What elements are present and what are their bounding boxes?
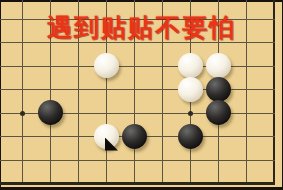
grid-line-row-2	[0, 160, 275, 161]
star-point-K4	[20, 111, 25, 116]
grid-line-row-6	[0, 66, 275, 67]
stone-white-R6	[206, 53, 231, 78]
caption-text: 遇到贴贴不要怕	[0, 15, 283, 40]
stone-black-R5	[206, 77, 231, 102]
grid-line-row-1	[0, 182, 275, 185]
video-frame: 遇到贴贴不要怕	[0, 0, 283, 190]
stone-black-Q3	[178, 124, 203, 149]
grid-line-row-7	[0, 42, 275, 43]
stone-white-Q5	[178, 77, 203, 102]
star-point-Q4	[188, 111, 193, 116]
stone-black-R4	[206, 100, 231, 125]
stone-black-L4	[38, 100, 63, 125]
stone-white-N6	[94, 53, 119, 78]
stone-white-Q6	[178, 53, 203, 78]
grid-line-row-5	[0, 89, 275, 90]
stone-black-O3	[122, 124, 147, 149]
